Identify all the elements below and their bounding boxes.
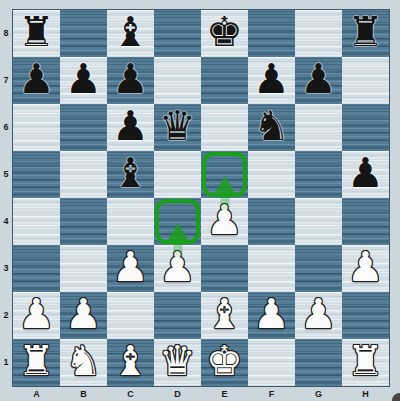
square-e6[interactable] [201,104,248,151]
white-pawn[interactable]: ♟ [253,294,290,335]
white-pawn[interactable]: ♟ [18,294,55,335]
file-label-e: E [201,387,248,400]
file-label-f: F [248,387,295,400]
square-g7[interactable]: ♟ [295,57,342,104]
square-f1[interactable] [248,339,295,386]
square-h6[interactable] [342,104,389,151]
white-pawn[interactable]: ♟ [300,294,337,335]
black-bishop[interactable]: ♝ [112,153,149,194]
square-h3[interactable]: ♟ [342,245,389,292]
square-h1[interactable]: ♜ [342,339,389,386]
black-rook[interactable]: ♜ [347,12,384,53]
square-c8[interactable]: ♝ [107,10,154,57]
square-h8[interactable]: ♜ [342,10,389,57]
square-b4[interactable] [60,198,107,245]
black-knight[interactable]: ♞ [253,106,290,147]
white-king[interactable]: ♚ [206,341,243,382]
file-label-c: C [107,387,154,400]
square-e8[interactable]: ♚ [201,10,248,57]
black-pawn[interactable]: ♟ [18,59,55,100]
square-f7[interactable]: ♟ [248,57,295,104]
chess-board: ♜♝♚♜♟♟♟♟♟♟♛♞♝♟♟♟♟♟♟♟♝♟♟♜♞♝♛♚♜ [12,9,390,387]
square-e5[interactable] [201,151,248,198]
square-g5[interactable] [295,151,342,198]
black-king[interactable]: ♚ [206,12,243,53]
square-e1[interactable]: ♚ [201,339,248,386]
rank-label-3: 3 [0,244,12,291]
square-a6[interactable] [13,104,60,151]
white-knight[interactable]: ♞ [65,341,102,382]
square-g8[interactable] [295,10,342,57]
square-d1[interactable]: ♛ [154,339,201,386]
square-a3[interactable] [13,245,60,292]
square-c4[interactable] [107,198,154,245]
square-e2[interactable]: ♝ [201,292,248,339]
black-pawn[interactable]: ♟ [112,106,149,147]
square-d6[interactable]: ♛ [154,104,201,151]
file-label-a: A [13,387,60,400]
square-e7[interactable] [201,57,248,104]
square-a8[interactable]: ♜ [13,10,60,57]
square-c5[interactable]: ♝ [107,151,154,198]
highlight-square-d4 [155,199,200,244]
square-g4[interactable] [295,198,342,245]
white-pawn[interactable]: ♟ [347,247,384,288]
square-a1[interactable]: ♜ [13,339,60,386]
rank-label-2: 2 [0,291,12,338]
square-c3[interactable]: ♟ [107,245,154,292]
square-d3[interactable]: ♟ [154,245,201,292]
square-f4[interactable] [248,198,295,245]
square-e4[interactable]: ♟ [201,198,248,245]
square-d4[interactable] [154,198,201,245]
rank-label-6: 6 [0,103,12,150]
square-b6[interactable] [60,104,107,151]
black-pawn[interactable]: ♟ [112,59,149,100]
black-pawn[interactable]: ♟ [65,59,102,100]
square-a2[interactable]: ♟ [13,292,60,339]
rank-label-7: 7 [0,56,12,103]
square-c2[interactable] [107,292,154,339]
white-pawn[interactable]: ♟ [65,294,102,335]
white-bishop[interactable]: ♝ [112,341,149,382]
file-label-g: G [295,387,342,400]
square-b7[interactable]: ♟ [60,57,107,104]
rank-label-4: 4 [0,197,12,244]
move-arrow-icon [213,176,237,196]
rank-label-1: 1 [0,338,12,385]
black-rook[interactable]: ♜ [18,12,55,53]
square-h7[interactable] [342,57,389,104]
square-c1[interactable]: ♝ [107,339,154,386]
square-f3[interactable] [248,245,295,292]
square-g6[interactable] [295,104,342,151]
rank-label-5: 5 [0,150,12,197]
square-h5[interactable]: ♟ [342,151,389,198]
file-label-d: D [154,387,201,400]
chess-board-widget: ♜♝♚♜♟♟♟♟♟♟♛♞♝♟♟♟♟♟♟♟♝♟♟♜♞♝♛♚♜ 87654321 A… [0,0,400,401]
square-d2[interactable] [154,292,201,339]
white-rook[interactable]: ♜ [347,341,384,382]
square-f5[interactable] [248,151,295,198]
square-b8[interactable] [60,10,107,57]
square-c7[interactable]: ♟ [107,57,154,104]
white-queen[interactable]: ♛ [159,341,196,382]
square-b1[interactable]: ♞ [60,339,107,386]
rank-label-8: 8 [0,9,12,56]
square-g2[interactable]: ♟ [295,292,342,339]
black-queen[interactable]: ♛ [159,106,196,147]
square-d7[interactable] [154,57,201,104]
square-f6[interactable]: ♞ [248,104,295,151]
square-h4[interactable] [342,198,389,245]
black-pawn[interactable]: ♟ [347,153,384,194]
highlight-square-e5 [202,152,247,197]
resize-handle[interactable] [392,393,400,401]
square-g3[interactable] [295,245,342,292]
white-bishop[interactable]: ♝ [206,294,243,335]
square-c6[interactable]: ♟ [107,104,154,151]
white-rook[interactable]: ♜ [18,341,55,382]
black-pawn[interactable]: ♟ [300,59,337,100]
square-d8[interactable] [154,10,201,57]
square-a7[interactable]: ♟ [13,57,60,104]
file-label-h: H [342,387,389,400]
move-arrow-icon [166,223,190,243]
file-label-b: B [60,387,107,400]
white-pawn[interactable]: ♟ [206,200,243,241]
white-pawn[interactable]: ♟ [159,247,196,288]
square-a5[interactable] [13,151,60,198]
black-bishop[interactable]: ♝ [112,12,149,53]
square-d5[interactable] [154,151,201,198]
square-b2[interactable]: ♟ [60,292,107,339]
black-pawn[interactable]: ♟ [253,59,290,100]
square-f2[interactable]: ♟ [248,292,295,339]
square-b3[interactable] [60,245,107,292]
square-b5[interactable] [60,151,107,198]
white-pawn[interactable]: ♟ [112,247,149,288]
square-f8[interactable] [248,10,295,57]
square-e3[interactable] [201,245,248,292]
square-h2[interactable] [342,292,389,339]
square-a4[interactable] [13,198,60,245]
square-g1[interactable] [295,339,342,386]
